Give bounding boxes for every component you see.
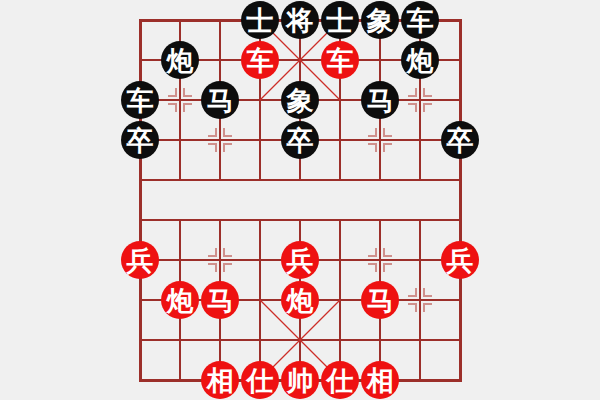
board-point: 仕 <box>320 360 360 400</box>
board-point: 相 <box>200 360 240 400</box>
black-elephant-piece[interactable]: 象 <box>281 81 319 119</box>
board-point: 马 <box>200 280 240 320</box>
xiangqi-diagram: 士将士象车炮车车炮车马象马卒卒卒兵兵兵炮马炮马相仕帅仕相 <box>0 0 600 400</box>
red-advisor-piece[interactable]: 仕 <box>321 361 359 399</box>
board-point: 马 <box>360 280 400 320</box>
red-cannon-piece[interactable]: 炮 <box>281 281 319 319</box>
red-pawn-piece[interactable]: 兵 <box>441 241 479 279</box>
board-point: 马 <box>200 80 240 120</box>
black-chariot-piece[interactable]: 车 <box>401 1 439 39</box>
black-cannon-piece[interactable]: 炮 <box>161 41 199 79</box>
red-pawn-piece[interactable]: 兵 <box>281 241 319 279</box>
red-cannon-piece[interactable]: 炮 <box>161 281 199 319</box>
red-horse-piece[interactable]: 马 <box>361 281 399 319</box>
black-pawn-piece[interactable]: 卒 <box>121 121 159 159</box>
board-point: 兵 <box>280 240 320 280</box>
board-point: 将 <box>280 0 320 40</box>
board-point: 士 <box>320 0 360 40</box>
board-point: 车 <box>320 40 360 80</box>
red-horse-piece[interactable]: 马 <box>201 281 239 319</box>
board-point: 炮 <box>160 280 200 320</box>
board-point: 车 <box>120 80 160 120</box>
red-pawn-piece[interactable]: 兵 <box>121 241 159 279</box>
red-general-piece[interactable]: 帅 <box>281 361 319 399</box>
board-point: 卒 <box>120 120 160 160</box>
red-elephant-piece[interactable]: 相 <box>361 361 399 399</box>
board-point: 相 <box>360 360 400 400</box>
xiangqi-board: 士将士象车炮车车炮车马象马卒卒卒兵兵兵炮马炮马相仕帅仕相 <box>120 0 480 400</box>
black-general-piece[interactable]: 将 <box>281 1 319 39</box>
red-chariot-piece[interactable]: 车 <box>321 41 359 79</box>
board-point: 车 <box>400 0 440 40</box>
board-point: 卒 <box>440 120 480 160</box>
black-advisor-piece[interactable]: 士 <box>241 1 279 39</box>
black-cannon-piece[interactable]: 炮 <box>401 41 439 79</box>
black-advisor-piece[interactable]: 士 <box>321 1 359 39</box>
board-point: 马 <box>360 80 400 120</box>
board-point: 帅 <box>280 360 320 400</box>
board-point: 士 <box>240 0 280 40</box>
red-elephant-piece[interactable]: 相 <box>201 361 239 399</box>
black-chariot-piece[interactable]: 车 <box>121 81 159 119</box>
black-elephant-piece[interactable]: 象 <box>361 1 399 39</box>
board-point: 车 <box>240 40 280 80</box>
board-point: 炮 <box>280 280 320 320</box>
red-advisor-piece[interactable]: 仕 <box>241 361 279 399</box>
board-point: 炮 <box>160 40 200 80</box>
board-point: 象 <box>280 80 320 120</box>
black-horse-piece[interactable]: 马 <box>201 81 239 119</box>
board-point: 卒 <box>280 120 320 160</box>
board-point: 象 <box>360 0 400 40</box>
red-chariot-piece[interactable]: 车 <box>241 41 279 79</box>
board-point: 兵 <box>440 240 480 280</box>
black-pawn-piece[interactable]: 卒 <box>281 121 319 159</box>
board-point: 兵 <box>120 240 160 280</box>
board-point: 仕 <box>240 360 280 400</box>
black-horse-piece[interactable]: 马 <box>361 81 399 119</box>
black-pawn-piece[interactable]: 卒 <box>441 121 479 159</box>
board-point: 炮 <box>400 40 440 80</box>
